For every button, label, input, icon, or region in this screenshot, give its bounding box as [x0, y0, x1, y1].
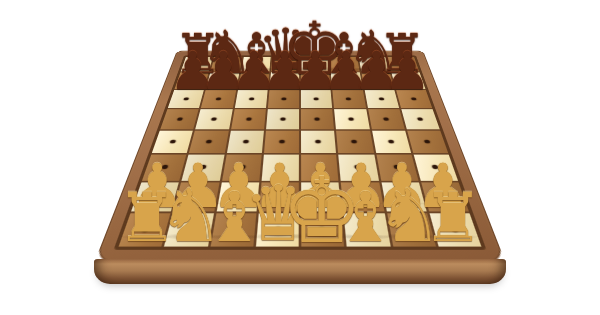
peg-hole — [243, 140, 249, 143]
peg-hole — [417, 117, 423, 120]
piece-black-pawn-h7[interactable]: ♟ — [381, 45, 434, 98]
peg-hole — [177, 117, 183, 120]
peg-hole — [279, 140, 284, 143]
peg-hole — [315, 117, 320, 120]
square-d4[interactable] — [264, 131, 299, 154]
peg-hole — [352, 140, 358, 143]
peg-hole — [246, 117, 251, 120]
peg-hole — [349, 117, 354, 120]
square-b5[interactable] — [195, 109, 232, 129]
square-e5[interactable] — [301, 109, 334, 129]
chess-set-photo: ♜♞♝♛♚♝♞♜♟♟♟♟♟♟♟♟♟♟♟♟♟♟♟♟♜♞♝♛♚♝♞♜ — [0, 0, 600, 315]
square-d5[interactable] — [266, 109, 299, 129]
piece-white-rook-h1[interactable]: ♜ — [419, 184, 486, 251]
peg-hole — [424, 140, 430, 143]
square-f5[interactable] — [334, 109, 369, 129]
peg-hole — [212, 117, 218, 120]
square-c5[interactable] — [231, 109, 266, 129]
square-b4[interactable] — [189, 131, 228, 154]
peg-hole — [170, 140, 176, 143]
square-e4[interactable] — [301, 131, 336, 154]
peg-hole — [388, 140, 394, 143]
square-g4[interactable] — [372, 131, 411, 154]
square-h5[interactable] — [401, 109, 440, 129]
square-g5[interactable] — [368, 109, 405, 129]
peg-hole — [206, 140, 212, 143]
square-c4[interactable] — [226, 131, 263, 154]
square-a4[interactable] — [152, 131, 193, 154]
board-front-edge — [94, 259, 506, 284]
square-a5[interactable] — [160, 109, 199, 129]
peg-hole — [383, 117, 389, 120]
peg-hole — [316, 140, 321, 143]
square-f4[interactable] — [336, 131, 373, 154]
peg-hole — [280, 117, 285, 120]
